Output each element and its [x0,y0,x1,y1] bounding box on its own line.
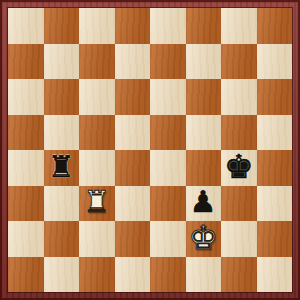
square-b8[interactable] [44,8,80,44]
square-b5[interactable] [44,115,80,151]
square-c5[interactable] [79,115,115,151]
square-a4[interactable] [8,150,44,186]
square-g8[interactable] [221,8,257,44]
square-c1[interactable] [79,257,115,293]
square-f6[interactable] [186,79,222,115]
black-rook-piece[interactable]: ♜ [48,152,75,182]
square-a3[interactable] [8,186,44,222]
square-b3[interactable] [44,186,80,222]
square-b2[interactable] [44,221,80,257]
black-pawn-piece[interactable]: ♟ [190,187,217,217]
square-e3[interactable] [150,186,186,222]
square-g2[interactable] [221,221,257,257]
square-b4[interactable]: ♜ [44,150,80,186]
square-a7[interactable] [8,44,44,80]
square-g6[interactable] [221,79,257,115]
square-a1[interactable] [8,257,44,293]
square-a6[interactable] [8,79,44,115]
square-e1[interactable] [150,257,186,293]
square-h7[interactable] [257,44,293,80]
square-g1[interactable] [221,257,257,293]
square-b6[interactable] [44,79,80,115]
square-b1[interactable] [44,257,80,293]
square-d8[interactable] [115,8,151,44]
square-e8[interactable] [150,8,186,44]
white-king-piece[interactable]: ♚ [188,221,218,254]
square-c6[interactable] [79,79,115,115]
square-f1[interactable] [186,257,222,293]
square-d7[interactable] [115,44,151,80]
square-h6[interactable] [257,79,293,115]
square-g3[interactable] [221,186,257,222]
square-h1[interactable] [257,257,293,293]
square-f7[interactable] [186,44,222,80]
square-h8[interactable] [257,8,293,44]
square-a2[interactable] [8,221,44,257]
square-e5[interactable] [150,115,186,151]
chess-board: ♜♚♜♟♚ [8,8,292,292]
square-e6[interactable] [150,79,186,115]
square-e2[interactable] [150,221,186,257]
square-h4[interactable] [257,150,293,186]
square-b7[interactable] [44,44,80,80]
square-d3[interactable] [115,186,151,222]
square-c7[interactable] [79,44,115,80]
square-h2[interactable] [257,221,293,257]
square-h5[interactable] [257,115,293,151]
square-e7[interactable] [150,44,186,80]
square-d2[interactable] [115,221,151,257]
square-d4[interactable] [115,150,151,186]
square-d5[interactable] [115,115,151,151]
board-frame: ♜♚♜♟♚ [0,0,300,300]
square-f8[interactable] [186,8,222,44]
square-f3[interactable]: ♟ [186,186,222,222]
square-g4[interactable]: ♚ [221,150,257,186]
square-c8[interactable] [79,8,115,44]
square-a5[interactable] [8,115,44,151]
square-g7[interactable] [221,44,257,80]
square-d6[interactable] [115,79,151,115]
square-f2[interactable]: ♚ [186,221,222,257]
square-c4[interactable] [79,150,115,186]
square-d1[interactable] [115,257,151,293]
square-g5[interactable] [221,115,257,151]
square-c2[interactable] [79,221,115,257]
square-f4[interactable] [186,150,222,186]
square-c3[interactable]: ♜ [79,186,115,222]
square-h3[interactable] [257,186,293,222]
square-e4[interactable] [150,150,186,186]
black-king-piece[interactable]: ♚ [224,150,254,183]
white-rook-piece[interactable]: ♜ [83,187,110,217]
square-a8[interactable] [8,8,44,44]
square-f5[interactable] [186,115,222,151]
